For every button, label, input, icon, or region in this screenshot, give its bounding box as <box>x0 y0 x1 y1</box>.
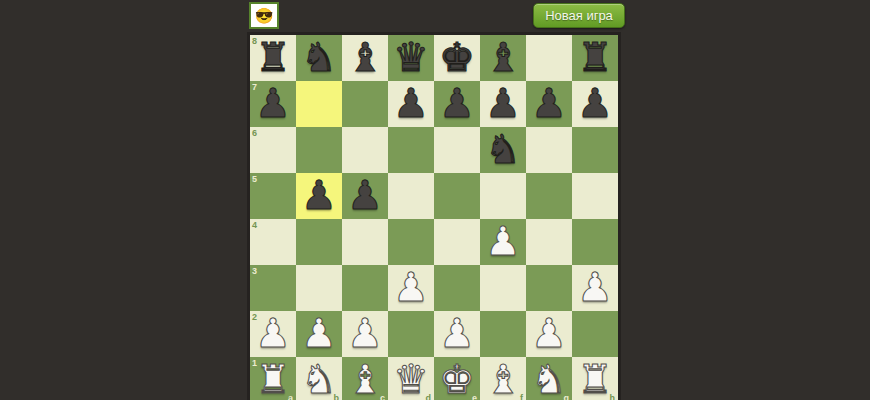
square-b4[interactable] <box>296 219 342 265</box>
rank-label-6: 6 <box>252 128 257 138</box>
square-g6[interactable] <box>526 127 572 173</box>
square-e7[interactable]: ♟ <box>434 81 480 127</box>
square-g8[interactable] <box>526 35 572 81</box>
piece-white-rook[interactable]: ♜ <box>572 357 618 400</box>
square-h3[interactable]: ♟ <box>572 265 618 311</box>
square-d4[interactable] <box>388 219 434 265</box>
square-c6[interactable] <box>342 127 388 173</box>
piece-black-pawn[interactable]: ♟ <box>388 81 434 127</box>
player-avatar[interactable]: 😎 <box>249 2 279 29</box>
rank-label-3: 3 <box>252 266 257 276</box>
square-a5[interactable]: 5 <box>250 173 296 219</box>
square-e8[interactable]: ♚ <box>434 35 480 81</box>
piece-white-pawn[interactable]: ♟ <box>480 219 526 265</box>
piece-white-bishop[interactable]: ♝ <box>342 357 388 400</box>
square-a6[interactable]: 6 <box>250 127 296 173</box>
square-a7[interactable]: 7♟ <box>250 81 296 127</box>
square-h1[interactable]: h♜ <box>572 357 618 400</box>
piece-white-pawn[interactable]: ♟ <box>388 265 434 311</box>
square-d3[interactable]: ♟ <box>388 265 434 311</box>
square-c7[interactable] <box>342 81 388 127</box>
square-d8[interactable]: ♛ <box>388 35 434 81</box>
square-b2[interactable]: ♟ <box>296 311 342 357</box>
square-b6[interactable] <box>296 127 342 173</box>
piece-black-knight[interactable]: ♞ <box>480 127 526 173</box>
new-game-button[interactable]: Новая игра <box>533 3 625 28</box>
piece-white-queen[interactable]: ♛ <box>388 357 434 400</box>
square-f4[interactable]: ♟ <box>480 219 526 265</box>
piece-black-pawn[interactable]: ♟ <box>480 81 526 127</box>
piece-white-pawn[interactable]: ♟ <box>572 265 618 311</box>
piece-white-king[interactable]: ♚ <box>434 357 480 400</box>
square-c1[interactable]: c♝ <box>342 357 388 400</box>
piece-black-queen[interactable]: ♛ <box>388 35 434 81</box>
square-h2[interactable] <box>572 311 618 357</box>
square-h4[interactable] <box>572 219 618 265</box>
square-e5[interactable] <box>434 173 480 219</box>
square-d1[interactable]: d♛ <box>388 357 434 400</box>
square-b8[interactable]: ♞ <box>296 35 342 81</box>
square-g7[interactable]: ♟ <box>526 81 572 127</box>
piece-white-pawn[interactable]: ♟ <box>526 311 572 357</box>
square-e4[interactable] <box>434 219 480 265</box>
square-h6[interactable] <box>572 127 618 173</box>
piece-white-knight[interactable]: ♞ <box>526 357 572 400</box>
piece-black-pawn[interactable]: ♟ <box>434 81 480 127</box>
piece-black-pawn[interactable]: ♟ <box>296 173 342 219</box>
piece-black-king[interactable]: ♚ <box>434 35 480 81</box>
piece-white-knight[interactable]: ♞ <box>296 357 342 400</box>
piece-black-rook[interactable]: ♜ <box>572 35 618 81</box>
square-h8[interactable]: ♜ <box>572 35 618 81</box>
square-f3[interactable] <box>480 265 526 311</box>
square-g1[interactable]: g♞ <box>526 357 572 400</box>
square-f5[interactable] <box>480 173 526 219</box>
piece-black-knight[interactable]: ♞ <box>296 35 342 81</box>
square-f8[interactable]: ♝ <box>480 35 526 81</box>
square-d2[interactable] <box>388 311 434 357</box>
square-d6[interactable] <box>388 127 434 173</box>
square-c8[interactable]: ♝ <box>342 35 388 81</box>
square-f1[interactable]: f♝ <box>480 357 526 400</box>
square-f2[interactable] <box>480 311 526 357</box>
square-c4[interactable] <box>342 219 388 265</box>
piece-black-bishop[interactable]: ♝ <box>480 35 526 81</box>
rank-label-4: 4 <box>252 220 257 230</box>
square-c3[interactable] <box>342 265 388 311</box>
piece-black-bishop[interactable]: ♝ <box>342 35 388 81</box>
board-frame: 8♜♞♝♛♚♝♜7♟♟♟♟♟♟6♞5♟♟4♟3♟♟2♟♟♟♟♟1a♜b♞c♝d♛… <box>247 32 621 400</box>
chess-board: 8♜♞♝♛♚♝♜7♟♟♟♟♟♟6♞5♟♟4♟3♟♟2♟♟♟♟♟1a♜b♞c♝d♛… <box>250 35 618 400</box>
square-b1[interactable]: b♞ <box>296 357 342 400</box>
piece-black-pawn[interactable]: ♟ <box>250 81 296 127</box>
square-g2[interactable]: ♟ <box>526 311 572 357</box>
square-g4[interactable] <box>526 219 572 265</box>
square-g3[interactable] <box>526 265 572 311</box>
square-e2[interactable]: ♟ <box>434 311 480 357</box>
piece-black-pawn[interactable]: ♟ <box>526 81 572 127</box>
piece-white-pawn[interactable]: ♟ <box>296 311 342 357</box>
avatar-face-icon: 😎 <box>255 8 274 23</box>
square-a1[interactable]: 1a♜ <box>250 357 296 400</box>
square-g5[interactable] <box>526 173 572 219</box>
square-h5[interactable] <box>572 173 618 219</box>
square-e1[interactable]: e♚ <box>434 357 480 400</box>
rank-label-5: 5 <box>252 174 257 184</box>
square-h7[interactable]: ♟ <box>572 81 618 127</box>
square-d5[interactable] <box>388 173 434 219</box>
piece-black-rook[interactable]: ♜ <box>250 35 296 81</box>
square-e6[interactable] <box>434 127 480 173</box>
square-c5[interactable]: ♟ <box>342 173 388 219</box>
piece-black-pawn[interactable]: ♟ <box>572 81 618 127</box>
piece-white-pawn[interactable]: ♟ <box>250 311 296 357</box>
piece-black-pawn[interactable]: ♟ <box>342 173 388 219</box>
square-c2[interactable]: ♟ <box>342 311 388 357</box>
square-e3[interactable] <box>434 265 480 311</box>
square-b7[interactable] <box>296 81 342 127</box>
piece-white-pawn[interactable]: ♟ <box>434 311 480 357</box>
square-a4[interactable]: 4 <box>250 219 296 265</box>
square-a2[interactable]: 2♟ <box>250 311 296 357</box>
square-a3[interactable]: 3 <box>250 265 296 311</box>
square-a8[interactable]: 8♜ <box>250 35 296 81</box>
square-b3[interactable] <box>296 265 342 311</box>
square-f7[interactable]: ♟ <box>480 81 526 127</box>
square-d7[interactable]: ♟ <box>388 81 434 127</box>
square-f6[interactable]: ♞ <box>480 127 526 173</box>
piece-white-bishop[interactable]: ♝ <box>480 357 526 400</box>
piece-white-rook[interactable]: ♜ <box>250 357 296 400</box>
square-b5[interactable]: ♟ <box>296 173 342 219</box>
piece-white-pawn[interactable]: ♟ <box>342 311 388 357</box>
